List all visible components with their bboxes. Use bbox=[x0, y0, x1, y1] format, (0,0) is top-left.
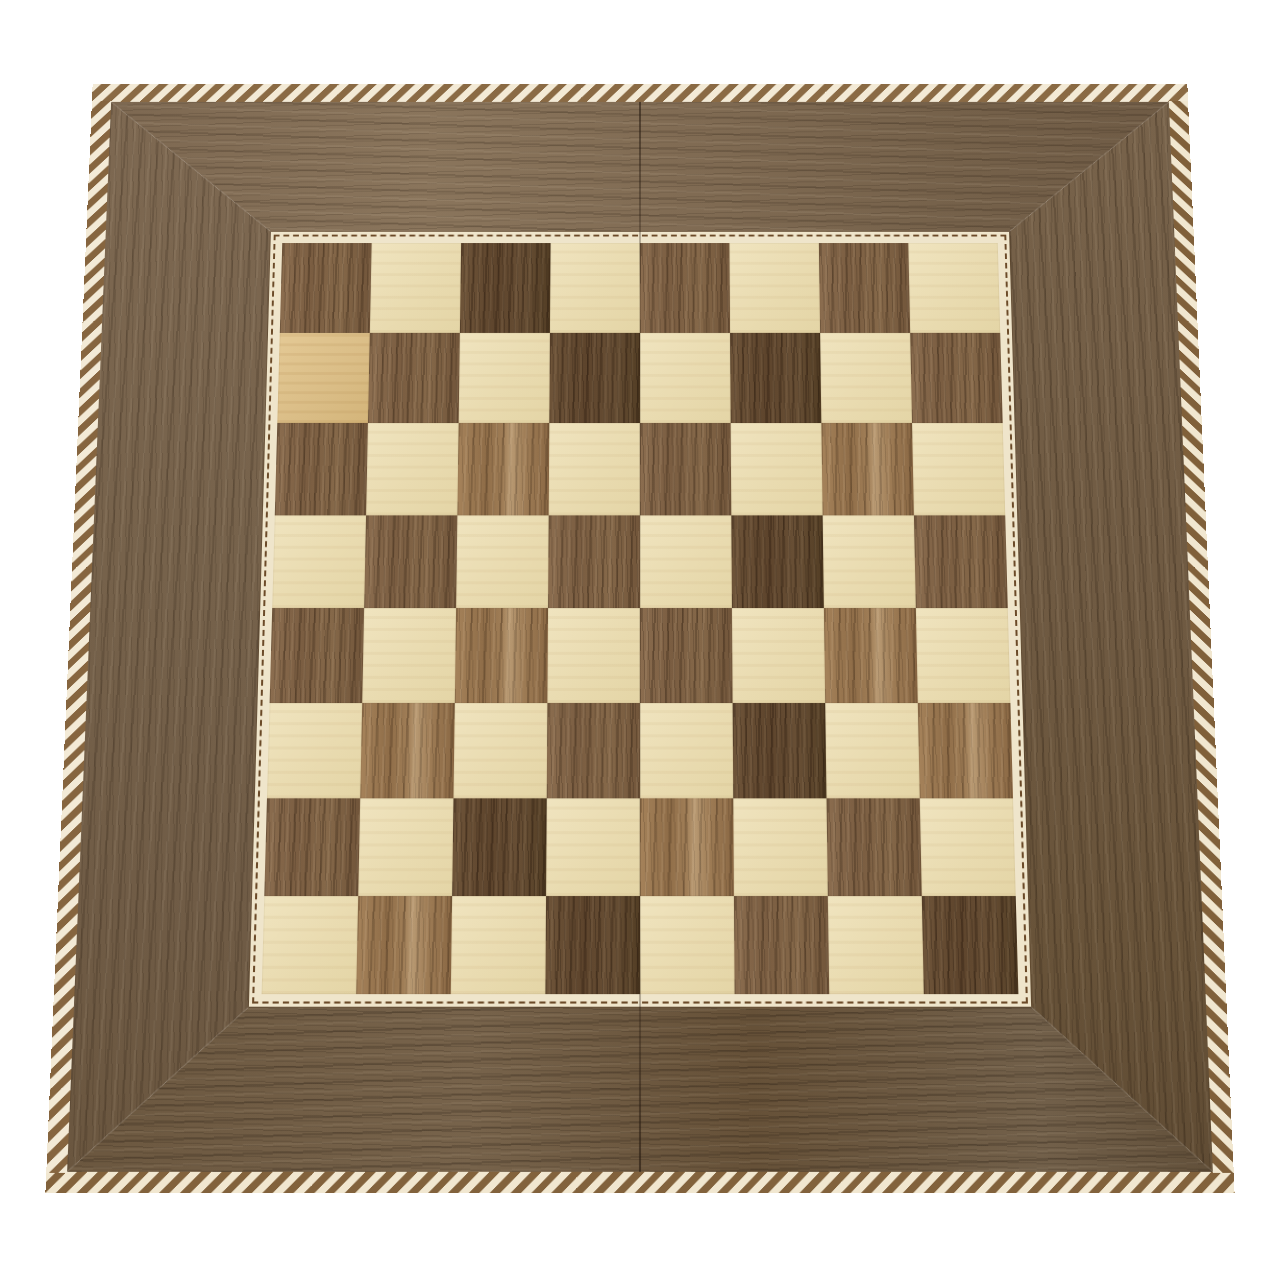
square-f4[interactable] bbox=[732, 608, 825, 702]
square-a2[interactable] bbox=[264, 798, 360, 895]
square-g1[interactable] bbox=[828, 896, 924, 995]
fold-seam bbox=[639, 102, 641, 1172]
square-g2[interactable] bbox=[827, 798, 922, 895]
square-c2[interactable] bbox=[452, 798, 547, 895]
square-e7[interactable] bbox=[640, 332, 731, 423]
square-d7[interactable] bbox=[549, 332, 640, 423]
square-a7[interactable] bbox=[277, 332, 370, 423]
square-d6[interactable] bbox=[549, 423, 640, 515]
square-c4[interactable] bbox=[455, 608, 548, 702]
square-d8[interactable] bbox=[550, 243, 640, 332]
square-a6[interactable] bbox=[275, 423, 368, 515]
square-e5[interactable] bbox=[640, 515, 732, 608]
square-g4[interactable] bbox=[824, 608, 918, 702]
square-b8[interactable] bbox=[370, 243, 461, 332]
chess-board bbox=[45, 84, 1234, 1194]
photo-background bbox=[0, 0, 1280, 1280]
square-a8[interactable] bbox=[280, 243, 372, 332]
square-e6[interactable] bbox=[640, 423, 731, 515]
square-d5[interactable] bbox=[548, 515, 640, 608]
square-h3[interactable] bbox=[918, 703, 1013, 799]
square-a5[interactable] bbox=[272, 515, 366, 608]
square-b1[interactable] bbox=[356, 896, 452, 995]
square-f3[interactable] bbox=[733, 703, 827, 799]
square-b6[interactable] bbox=[366, 423, 459, 515]
square-f6[interactable] bbox=[731, 423, 823, 515]
square-b7[interactable] bbox=[368, 332, 460, 423]
square-h5[interactable] bbox=[914, 515, 1008, 608]
square-c7[interactable] bbox=[459, 332, 550, 423]
square-f5[interactable] bbox=[731, 515, 824, 608]
square-d3[interactable] bbox=[547, 703, 640, 799]
square-g5[interactable] bbox=[823, 515, 916, 608]
square-h2[interactable] bbox=[920, 798, 1016, 895]
square-a3[interactable] bbox=[267, 703, 362, 799]
square-g8[interactable] bbox=[819, 243, 910, 332]
square-e3[interactable] bbox=[640, 703, 733, 799]
square-h6[interactable] bbox=[912, 423, 1005, 515]
square-f7[interactable] bbox=[730, 332, 821, 423]
square-a4[interactable] bbox=[270, 608, 365, 702]
square-c1[interactable] bbox=[451, 896, 546, 995]
square-h8[interactable] bbox=[908, 243, 1000, 332]
square-b4[interactable] bbox=[362, 608, 456, 702]
square-h1[interactable] bbox=[922, 896, 1019, 995]
square-e1[interactable] bbox=[640, 896, 735, 995]
square-f2[interactable] bbox=[733, 798, 828, 895]
square-c5[interactable] bbox=[456, 515, 549, 608]
square-e4[interactable] bbox=[640, 608, 733, 702]
square-b3[interactable] bbox=[360, 703, 455, 799]
square-b2[interactable] bbox=[358, 798, 453, 895]
square-d1[interactable] bbox=[545, 896, 640, 995]
square-f1[interactable] bbox=[734, 896, 829, 995]
square-e8[interactable] bbox=[640, 243, 730, 332]
striped-edge-bottom bbox=[45, 1172, 1234, 1194]
square-d2[interactable] bbox=[546, 798, 640, 895]
square-g3[interactable] bbox=[825, 703, 920, 799]
square-e2[interactable] bbox=[640, 798, 734, 895]
square-c3[interactable] bbox=[453, 703, 547, 799]
square-h4[interactable] bbox=[916, 608, 1011, 702]
square-g6[interactable] bbox=[821, 423, 914, 515]
striped-edge-top bbox=[92, 84, 1188, 102]
square-g7[interactable] bbox=[820, 332, 912, 423]
square-c8[interactable] bbox=[460, 243, 551, 332]
square-h7[interactable] bbox=[910, 332, 1003, 423]
square-d4[interactable] bbox=[547, 608, 640, 702]
square-f8[interactable] bbox=[729, 243, 820, 332]
square-b5[interactable] bbox=[364, 515, 457, 608]
square-a1[interactable] bbox=[262, 896, 359, 995]
square-c6[interactable] bbox=[457, 423, 549, 515]
